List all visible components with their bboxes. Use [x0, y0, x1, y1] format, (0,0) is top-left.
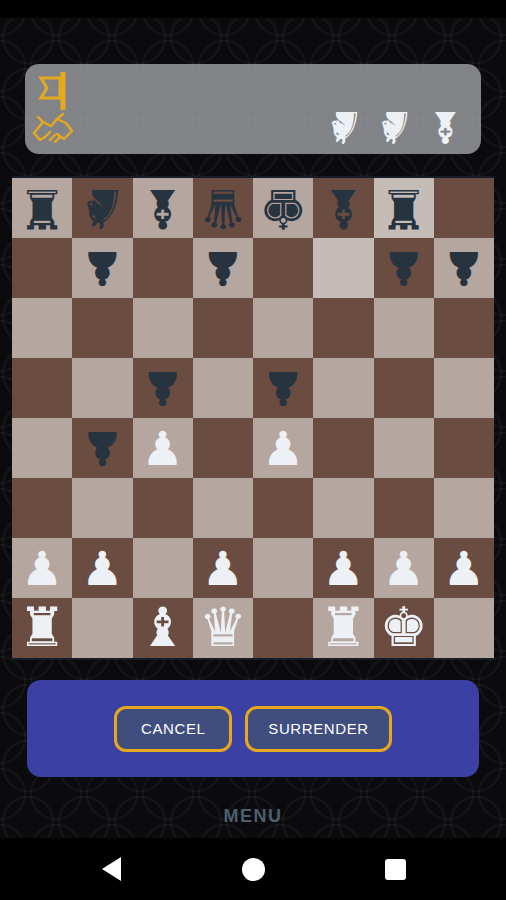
square-f7[interactable]: [313, 238, 373, 298]
square-h6[interactable]: [434, 298, 494, 358]
square-b1[interactable]: [72, 598, 132, 658]
square-d2[interactable]: ♟: [193, 538, 253, 598]
square-e1[interactable]: [253, 598, 313, 658]
square-a6[interactable]: [12, 298, 72, 358]
square-g4[interactable]: [374, 418, 434, 478]
square-c1[interactable]: ♝: [133, 598, 193, 658]
black-rook: ♜: [18, 181, 66, 235]
square-b8[interactable]: ♞: [72, 178, 132, 238]
resign-flag-button[interactable]: [37, 70, 69, 112]
square-h7[interactable]: ♟: [434, 238, 494, 298]
recents-button[interactable]: [365, 838, 425, 900]
white-rook: ♜: [18, 601, 66, 655]
black-rook: ♜: [379, 181, 427, 235]
surrender-button[interactable]: SURRENDER: [245, 706, 391, 752]
black-pawn: ♟: [443, 245, 485, 292]
square-c6[interactable]: [133, 298, 193, 358]
square-g8[interactable]: ♜: [374, 178, 434, 238]
square-b3[interactable]: [72, 478, 132, 538]
home-button[interactable]: [223, 838, 283, 900]
white-pawn: ♟: [21, 545, 63, 592]
square-b7[interactable]: ♟: [72, 238, 132, 298]
square-f8[interactable]: ♝: [313, 178, 373, 238]
black-bishop: ♝: [138, 181, 186, 235]
white-pawn: ♟: [142, 425, 184, 472]
captured-white-knight: ♞: [325, 104, 364, 150]
square-e7[interactable]: [253, 238, 313, 298]
square-d6[interactable]: [193, 298, 253, 358]
black-pawn: ♟: [142, 365, 184, 412]
square-d7[interactable]: ♟: [193, 238, 253, 298]
square-g6[interactable]: [374, 298, 434, 358]
black-pawn: ♟: [202, 245, 244, 292]
square-e6[interactable]: [253, 298, 313, 358]
square-d3[interactable]: [193, 478, 253, 538]
square-f6[interactable]: [313, 298, 373, 358]
phone-screen: ♞♞♝ ♜♞♝♛♚♝♜♟♟♟♟♟♟♟♟♟♟♟♟♟♟♟♜♝♛♜♚ CANCEL S…: [0, 0, 506, 900]
square-e3[interactable]: [253, 478, 313, 538]
square-c3[interactable]: [133, 478, 193, 538]
white-pawn: ♟: [262, 425, 304, 472]
square-a3[interactable]: [12, 478, 72, 538]
status-bar: [0, 0, 506, 18]
square-f5[interactable]: [313, 358, 373, 418]
black-knight: ♞: [78, 181, 126, 235]
square-c5[interactable]: ♟: [133, 358, 193, 418]
chess-board: ♜♞♝♛♚♝♜♟♟♟♟♟♟♟♟♟♟♟♟♟♟♟♜♝♛♜♚: [12, 176, 494, 660]
square-c2[interactable]: [133, 538, 193, 598]
square-b4[interactable]: ♟: [72, 418, 132, 478]
square-d1[interactable]: ♛: [193, 598, 253, 658]
square-a8[interactable]: ♜: [12, 178, 72, 238]
square-a4[interactable]: [12, 418, 72, 478]
square-h1[interactable]: [434, 598, 494, 658]
android-nav-bar: [0, 838, 506, 900]
square-f3[interactable]: [313, 478, 373, 538]
square-a7[interactable]: [12, 238, 72, 298]
square-c4[interactable]: ♟: [133, 418, 193, 478]
white-king: ♚: [379, 601, 427, 655]
square-d5[interactable]: [193, 358, 253, 418]
menu-button[interactable]: MENU: [0, 805, 506, 828]
square-h8[interactable]: [434, 178, 494, 238]
square-a5[interactable]: [12, 358, 72, 418]
square-f1[interactable]: ♜: [313, 598, 373, 658]
surrender-dialog: CANCEL SURRENDER: [27, 680, 479, 777]
square-h3[interactable]: [434, 478, 494, 538]
square-b2[interactable]: ♟: [72, 538, 132, 598]
captured-white-bishop: ♝: [426, 104, 465, 150]
square-b5[interactable]: [72, 358, 132, 418]
handshake-icon: [30, 137, 76, 152]
square-h5[interactable]: [434, 358, 494, 418]
recents-icon: [385, 859, 406, 880]
home-icon: [242, 858, 265, 881]
square-f2[interactable]: ♟: [313, 538, 373, 598]
white-pawn: ♟: [322, 545, 364, 592]
square-g1[interactable]: ♚: [374, 598, 434, 658]
black-pawn: ♟: [81, 425, 123, 472]
back-icon: [102, 857, 121, 881]
white-queen: ♛: [199, 601, 247, 655]
square-d4[interactable]: [193, 418, 253, 478]
white-rook: ♜: [319, 601, 367, 655]
opponent-panel: ♞♞♝: [25, 64, 481, 154]
white-pawn: ♟: [202, 545, 244, 592]
black-queen: ♛: [199, 181, 247, 235]
white-pawn: ♟: [81, 545, 123, 592]
black-king: ♚: [259, 181, 307, 235]
square-g7[interactable]: ♟: [374, 238, 434, 298]
square-d8[interactable]: ♛: [193, 178, 253, 238]
square-h4[interactable]: [434, 418, 494, 478]
black-pawn: ♟: [262, 365, 304, 412]
square-h2[interactable]: ♟: [434, 538, 494, 598]
black-pawn: ♟: [81, 245, 123, 292]
black-pawn: ♟: [383, 245, 425, 292]
square-b6[interactable]: [72, 298, 132, 358]
square-a1[interactable]: ♜: [12, 598, 72, 658]
white-pawn: ♟: [443, 545, 485, 592]
square-c8[interactable]: ♝: [133, 178, 193, 238]
square-e2[interactable]: [253, 538, 313, 598]
square-a2[interactable]: ♟: [12, 538, 72, 598]
square-g3[interactable]: [374, 478, 434, 538]
square-e8[interactable]: ♚: [253, 178, 313, 238]
black-bishop: ♝: [319, 181, 367, 235]
white-bishop: ♝: [138, 601, 186, 655]
square-g2[interactable]: ♟: [374, 538, 434, 598]
cancel-button[interactable]: CANCEL: [114, 706, 232, 752]
captured-pieces-tray: ♞♞♝: [325, 104, 465, 150]
square-e5[interactable]: ♟: [253, 358, 313, 418]
back-button[interactable]: [81, 838, 141, 900]
square-e4[interactable]: ♟: [253, 418, 313, 478]
square-f4[interactable]: [313, 418, 373, 478]
square-g5[interactable]: [374, 358, 434, 418]
white-pawn: ♟: [383, 545, 425, 592]
draw-offer-button[interactable]: [30, 109, 76, 149]
square-c7[interactable]: [133, 238, 193, 298]
captured-white-knight: ♞: [375, 104, 414, 150]
